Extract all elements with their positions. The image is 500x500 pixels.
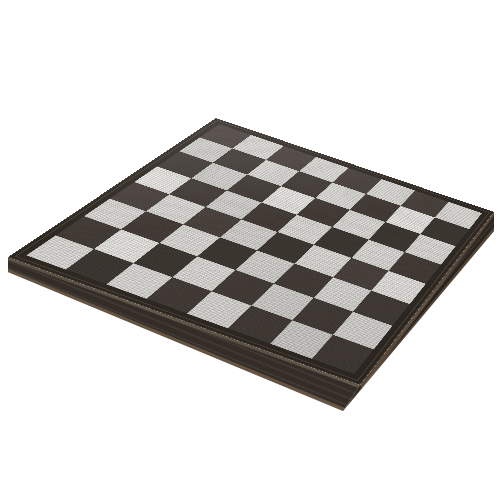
chessboard-top-face <box>8 118 494 385</box>
checkerboard-grid <box>26 124 482 374</box>
product-photo <box>0 0 500 500</box>
